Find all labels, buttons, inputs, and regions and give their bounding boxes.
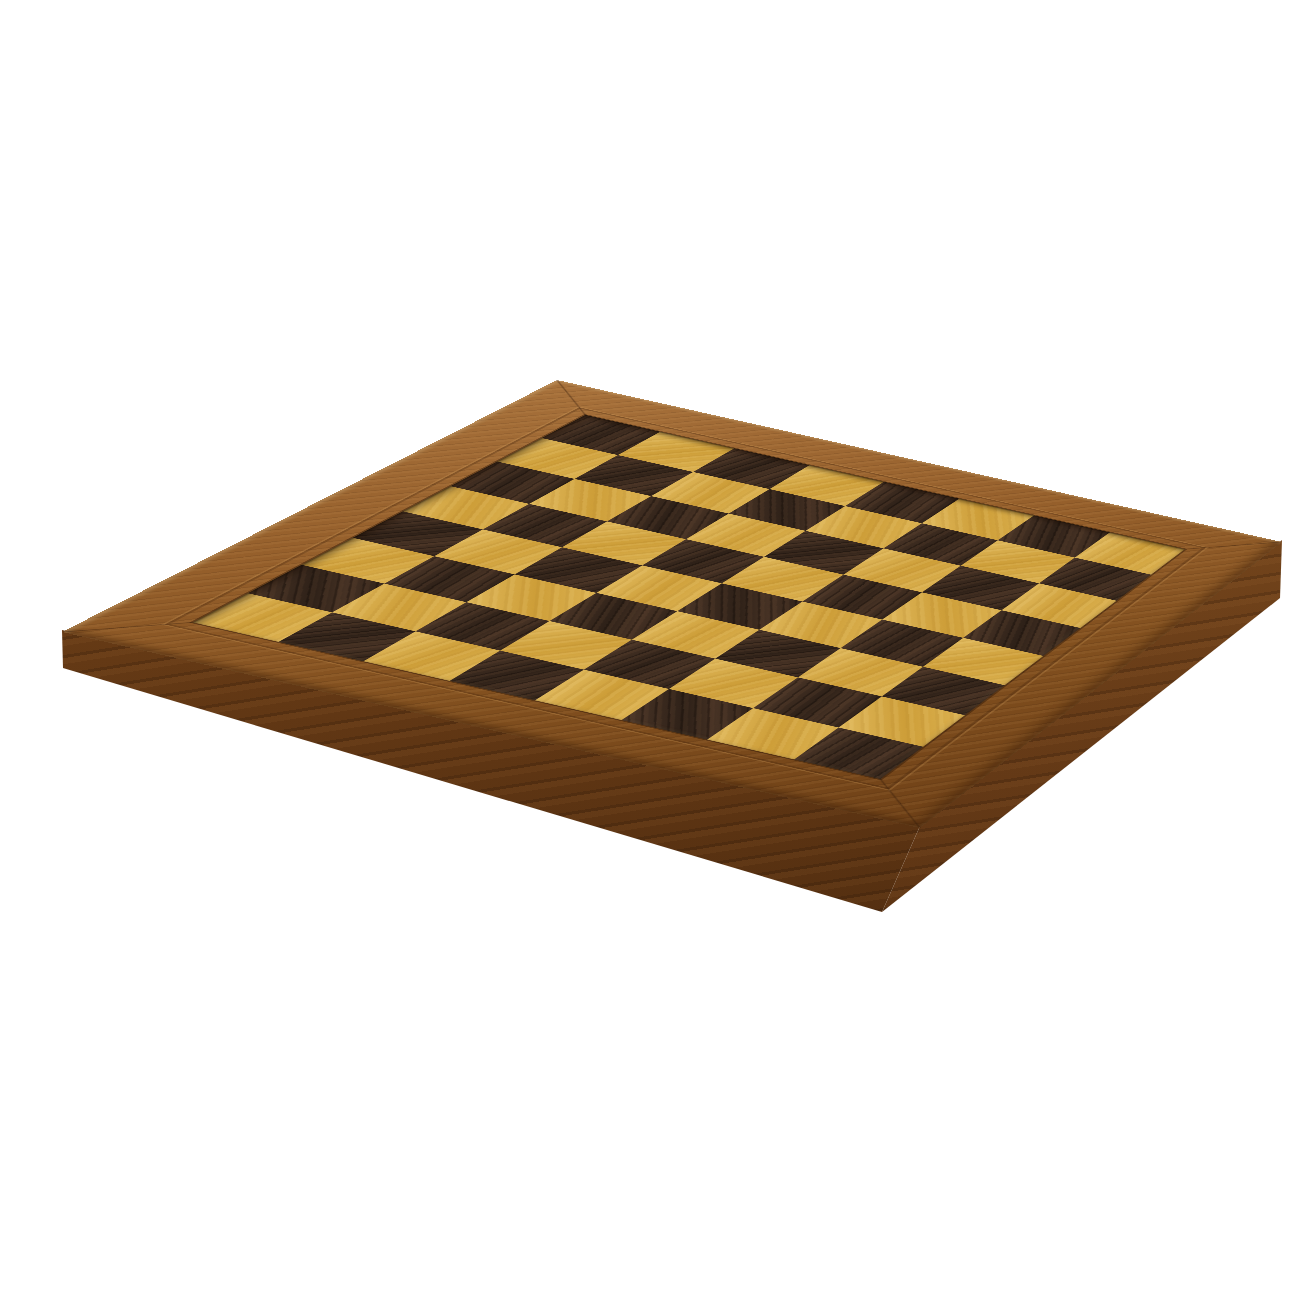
frame-mitre-joint-near <box>840 779 959 828</box>
playing-area <box>193 415 1185 779</box>
frame-mitre-joint-right <box>1185 527 1282 565</box>
frame-mitre-joint-far <box>518 380 624 415</box>
frame-mitre-joint-left <box>62 605 193 650</box>
photo-canvas <box>0 0 1300 1300</box>
chessboard <box>62 380 1282 828</box>
